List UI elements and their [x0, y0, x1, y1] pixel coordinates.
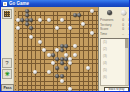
game-info-table: Prisoners00Territory00Score00Time----: [100, 18, 130, 36]
move-list-item[interactable]: (6): [101, 74, 128, 81]
black-stone: [64, 44, 68, 48]
white-stone: [38, 18, 42, 22]
move-list-item[interactable]: (5): [101, 67, 128, 74]
info-row: Time----: [100, 32, 130, 37]
help-button[interactable]: ?: [2, 58, 12, 68]
board-grid-icon: [4, 11, 10, 17]
pass-button[interactable]: Pass: [1, 84, 14, 92]
white-stone: [90, 31, 94, 35]
app-icon: [3, 2, 7, 6]
move-list-scrollbar[interactable]: [125, 39, 128, 85]
white-stone: [60, 18, 64, 22]
scrollbar-thumb[interactable]: [125, 39, 128, 48]
move-list-item[interactable]: (1): [101, 39, 128, 46]
white-stone: [73, 53, 77, 57]
white-player-stone-icon: [121, 10, 126, 15]
black-stone: [25, 22, 29, 26]
black-stone: [29, 18, 33, 22]
white-stone: [86, 66, 90, 70]
white-stone: [47, 18, 51, 22]
move-list-item[interactable]: (2): [101, 46, 128, 53]
black-stone: [60, 48, 64, 52]
white-stone: [68, 87, 72, 91]
app-window: Go Game ? ✳ Pass Prisoners00Territory00S…: [0, 0, 130, 92]
window-title: Go Game: [9, 0, 29, 7]
move-list-item[interactable]: (3): [101, 53, 128, 60]
white-stone: [64, 53, 68, 57]
white-stone: [60, 79, 64, 83]
white-stone: [73, 44, 77, 48]
black-stone: [55, 66, 59, 70]
white-stone: [47, 53, 51, 57]
black-stone: [60, 61, 64, 65]
status-box: Black to play: [104, 87, 129, 92]
info-label: Time: [100, 32, 118, 37]
black-stone: [64, 66, 68, 70]
black-stone: [51, 53, 55, 57]
black-player-stone-icon: [107, 10, 112, 15]
title-bar[interactable]: Go Game: [1, 0, 130, 7]
white-stone: [47, 70, 51, 74]
move-list-item[interactable]: (4): [101, 60, 128, 67]
new-board-button[interactable]: [2, 9, 12, 19]
go-board[interactable]: [14, 7, 99, 92]
coordinate-ticks: [15, 11, 17, 91]
left-toolbar: ? ✳ Pass: [1, 7, 14, 92]
white-stone: [38, 40, 42, 44]
info-value: --: [124, 32, 130, 37]
score-estimate-button[interactable]: ✳: [2, 69, 12, 79]
move-list[interactable]: (1)(2)(3)(4)(5)(6): [100, 38, 129, 86]
game-info-panel: Prisoners00Territory00Score00Time---- (1…: [99, 7, 130, 92]
